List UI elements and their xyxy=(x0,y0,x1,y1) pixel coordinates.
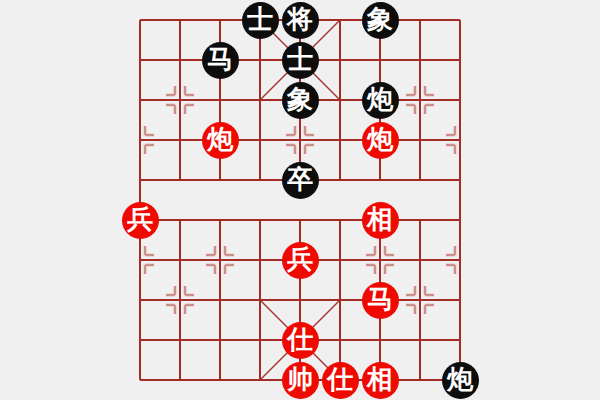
piece-red-pawn[interactable]: 兵 xyxy=(122,202,159,239)
piece-red-horse[interactable]: 马 xyxy=(362,282,399,319)
piece-red-cannon[interactable]: 炮 xyxy=(202,122,239,159)
piece-red-advisor[interactable]: 仕 xyxy=(282,322,319,359)
piece-red-pawn[interactable]: 兵 xyxy=(282,242,319,279)
piece-red-elephant[interactable]: 相 xyxy=(362,362,399,399)
piece-red-cannon[interactable]: 炮 xyxy=(362,122,399,159)
piece-black-advisor[interactable]: 士 xyxy=(282,42,319,79)
xiangqi-board: 士将象马士象炮炮炮卒兵相兵马仕帅仕相炮 xyxy=(0,0,600,400)
piece-black-general[interactable]: 将 xyxy=(282,2,319,39)
piece-black-cannon[interactable]: 炮 xyxy=(442,362,479,399)
piece-black-advisor[interactable]: 士 xyxy=(242,2,279,39)
piece-black-cannon[interactable]: 炮 xyxy=(362,82,399,119)
board-grid: 士将象马士象炮炮炮卒兵相兵马仕帅仕相炮 xyxy=(120,0,480,400)
piece-red-general[interactable]: 帅 xyxy=(282,362,319,399)
piece-black-horse[interactable]: 马 xyxy=(202,42,239,79)
piece-black-elephant[interactable]: 象 xyxy=(282,82,319,119)
piece-black-elephant[interactable]: 象 xyxy=(362,2,399,39)
piece-red-advisor[interactable]: 仕 xyxy=(322,362,359,399)
piece-red-elephant[interactable]: 相 xyxy=(362,202,399,239)
piece-black-pawn[interactable]: 卒 xyxy=(282,162,319,199)
